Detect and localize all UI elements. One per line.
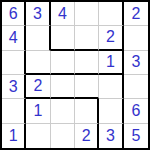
cell-r4c3[interactable] [51, 75, 75, 99]
cell-r2c2[interactable] [26, 26, 50, 50]
cell-r1c2[interactable]: 3 [26, 2, 50, 26]
cell-r1c3[interactable]: 4 [51, 2, 75, 26]
cell-r3c6[interactable]: 3 [124, 51, 148, 75]
cell-r4c6[interactable] [124, 75, 148, 99]
cell-r6c4[interactable]: 2 [75, 124, 99, 148]
cell-r6c1[interactable]: 1 [2, 124, 26, 148]
cell-r4c2[interactable]: 2 [26, 75, 50, 99]
cell-r6c3[interactable] [51, 124, 75, 148]
cell-r5c4[interactable] [75, 99, 99, 123]
cell-r4c1[interactable]: 3 [2, 75, 26, 99]
cell-r2c1[interactable]: 4 [2, 26, 26, 50]
cell-r1c5[interactable] [99, 2, 123, 26]
cell-r3c1[interactable] [2, 51, 26, 75]
cell-r6c2[interactable] [26, 124, 50, 148]
cell-r5c1[interactable] [2, 99, 26, 123]
cell-r4c4[interactable] [75, 75, 99, 99]
cell-r3c3[interactable] [51, 51, 75, 75]
jigsaw-sudoku-board: 6342421332161235 [0, 0, 150, 150]
cell-r2c4[interactable] [75, 26, 99, 50]
cell-r2c3[interactable] [51, 26, 75, 50]
cell-r1c6[interactable]: 2 [124, 2, 148, 26]
cell-r3c2[interactable] [26, 51, 50, 75]
cell-r5c3[interactable] [51, 99, 75, 123]
cell-r1c4[interactable] [75, 2, 99, 26]
cell-r3c4[interactable] [75, 51, 99, 75]
cell-r5c5[interactable] [99, 99, 123, 123]
cell-r2c6[interactable] [124, 26, 148, 50]
cell-r5c6[interactable]: 6 [124, 99, 148, 123]
cell-r6c6[interactable]: 5 [124, 124, 148, 148]
cell-r3c5[interactable]: 1 [99, 51, 123, 75]
cell-r1c1[interactable]: 6 [2, 2, 26, 26]
cell-r5c2[interactable]: 1 [26, 99, 50, 123]
cell-r4c5[interactable] [99, 75, 123, 99]
cell-r2c5[interactable]: 2 [99, 26, 123, 50]
cell-r6c5[interactable]: 3 [99, 124, 123, 148]
